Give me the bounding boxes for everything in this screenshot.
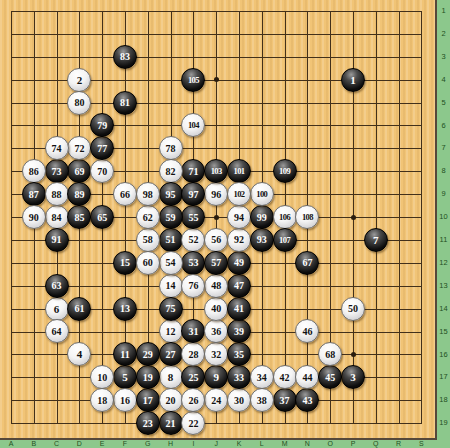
column-label-J: J [208,439,224,448]
row-label-10: 10 [437,212,450,222]
stone-black-89: 89 [67,182,91,206]
stone-white-74: 74 [45,136,69,160]
row-label-16: 16 [437,350,450,360]
stone-white-8: 8 [159,365,183,389]
stone-white-2: 2 [67,68,91,92]
stone-black-31: 31 [181,319,205,343]
stone-white-100: 100 [250,182,274,206]
stone-white-30: 30 [227,388,251,412]
stone-white-64: 64 [45,319,69,343]
stones-layer: 1234567891011121314151617181920212223242… [0,0,433,435]
stone-black-95: 95 [159,182,183,206]
row-coordinate-strip: 12345678910111213141516171819 [437,0,450,448]
row-label-15: 15 [437,327,450,337]
stone-black-47: 47 [227,274,251,298]
stone-white-48: 48 [204,274,228,298]
stone-white-42: 42 [273,365,297,389]
stone-black-63: 63 [45,274,69,298]
stone-black-91: 91 [45,228,69,252]
column-label-L: L [254,439,270,448]
stone-black-37: 37 [273,388,297,412]
row-label-3: 3 [437,52,450,62]
stone-black-75: 75 [159,297,183,321]
stone-white-68: 68 [318,342,342,366]
stone-black-105: 105 [181,68,205,92]
stone-white-22: 22 [181,411,205,435]
stone-white-24: 24 [204,388,228,412]
row-label-5: 5 [437,98,450,108]
stone-black-71: 71 [181,159,205,183]
stone-black-59: 59 [159,205,183,229]
stone-black-13: 13 [113,297,137,321]
row-label-6: 6 [437,121,450,131]
stone-white-16: 16 [113,388,137,412]
stone-black-101: 101 [227,159,251,183]
stone-black-11: 11 [113,342,137,366]
stone-black-83: 83 [113,45,137,69]
column-label-M: M [277,439,293,448]
stone-white-70: 70 [90,159,114,183]
stone-white-32: 32 [204,342,228,366]
stone-black-19: 19 [136,365,160,389]
go-board[interactable]: 1234567891011121314151617181920212223242… [0,0,437,440]
stone-white-88: 88 [45,182,69,206]
stone-white-38: 38 [250,388,274,412]
stone-white-54: 54 [159,251,183,275]
stone-white-46: 46 [295,319,319,343]
stone-black-69: 69 [67,159,91,183]
stone-black-103: 103 [204,159,228,183]
row-label-2: 2 [437,29,450,39]
stone-white-34: 34 [250,365,274,389]
column-label-C: C [49,439,65,448]
stone-white-94: 94 [227,205,251,229]
stone-white-84: 84 [45,205,69,229]
stone-black-79: 79 [90,113,114,137]
column-label-Q: Q [368,439,384,448]
stone-white-92: 92 [227,228,251,252]
stone-white-52: 52 [181,228,205,252]
column-label-H: H [163,439,179,448]
stone-white-108: 108 [295,205,319,229]
row-label-14: 14 [437,304,450,314]
stone-black-43: 43 [295,388,319,412]
stone-black-107: 107 [273,228,297,252]
row-label-12: 12 [437,258,450,268]
stone-black-67: 67 [295,251,319,275]
stone-black-61: 61 [67,297,91,321]
row-label-18: 18 [437,395,450,405]
stone-black-5: 5 [113,365,137,389]
stone-black-7: 7 [364,228,388,252]
stone-white-60: 60 [136,251,160,275]
column-label-O: O [322,439,338,448]
stone-black-55: 55 [181,205,205,229]
stone-black-1: 1 [341,68,365,92]
column-label-P: P [345,439,361,448]
stone-black-35: 35 [227,342,251,366]
stone-white-78: 78 [159,136,183,160]
stone-black-109: 109 [273,159,297,183]
stone-black-45: 45 [318,365,342,389]
stone-white-58: 58 [136,228,160,252]
stone-black-97: 97 [181,182,205,206]
row-label-17: 17 [437,372,450,382]
stone-black-85: 85 [67,205,91,229]
stone-black-53: 53 [181,251,205,275]
stone-black-77: 77 [90,136,114,160]
stone-white-82: 82 [159,159,183,183]
stone-white-20: 20 [159,388,183,412]
stone-white-80: 80 [67,91,91,115]
column-label-E: E [94,439,110,448]
stone-white-96: 96 [204,182,228,206]
stone-white-62: 62 [136,205,160,229]
column-label-A: A [3,439,19,448]
row-label-8: 8 [437,166,450,176]
stone-white-36: 36 [204,319,228,343]
row-label-1: 1 [437,6,450,16]
stone-black-65: 65 [90,205,114,229]
column-coordinate-strip: ABCDEFGHIJKLMNOPQRS [0,440,437,448]
stone-black-93: 93 [250,228,274,252]
stone-black-21: 21 [159,411,183,435]
stone-black-23: 23 [136,411,160,435]
stone-white-86: 86 [22,159,46,183]
stone-black-15: 15 [113,251,137,275]
column-label-F: F [117,439,133,448]
column-label-S: S [413,439,429,448]
stone-black-29: 29 [136,342,160,366]
stone-white-4: 4 [67,342,91,366]
stone-black-41: 41 [227,297,251,321]
column-label-D: D [71,439,87,448]
row-label-4: 4 [437,75,450,85]
column-label-B: B [26,439,42,448]
column-label-I: I [185,439,201,448]
stone-black-39: 39 [227,319,251,343]
stone-black-57: 57 [204,251,228,275]
stone-white-90: 90 [22,205,46,229]
stone-white-106: 106 [273,205,297,229]
stone-white-26: 26 [181,388,205,412]
row-label-19: 19 [437,418,450,428]
stone-white-10: 10 [90,365,114,389]
row-label-9: 9 [437,189,450,199]
stone-white-14: 14 [159,274,183,298]
stone-white-66: 66 [113,182,137,206]
stone-black-49: 49 [227,251,251,275]
stone-white-12: 12 [159,319,183,343]
stone-black-87: 87 [22,182,46,206]
stone-white-6: 6 [45,297,69,321]
stone-black-9: 9 [204,365,228,389]
row-label-13: 13 [437,281,450,291]
stone-black-27: 27 [159,342,183,366]
stone-white-28: 28 [181,342,205,366]
row-label-11: 11 [437,235,450,245]
stone-white-102: 102 [227,182,251,206]
stone-white-40: 40 [204,297,228,321]
column-label-R: R [391,439,407,448]
go-app-window: { "game": "Go (weiqi/baduk) 19x19 number… [0,0,450,448]
stone-white-72: 72 [67,136,91,160]
stone-black-33: 33 [227,365,251,389]
stone-white-18: 18 [90,388,114,412]
stone-black-73: 73 [45,159,69,183]
stone-white-50: 50 [341,297,365,321]
stone-black-3: 3 [341,365,365,389]
stone-black-17: 17 [136,388,160,412]
row-label-7: 7 [437,143,450,153]
column-label-G: G [140,439,156,448]
stone-white-44: 44 [295,365,319,389]
stone-black-25: 25 [181,365,205,389]
stone-white-104: 104 [181,113,205,137]
stone-white-98: 98 [136,182,160,206]
stone-white-56: 56 [204,228,228,252]
column-label-K: K [231,439,247,448]
stone-white-76: 76 [181,274,205,298]
stone-black-51: 51 [159,228,183,252]
stone-black-99: 99 [250,205,274,229]
stone-black-81: 81 [113,91,137,115]
column-label-N: N [299,439,315,448]
